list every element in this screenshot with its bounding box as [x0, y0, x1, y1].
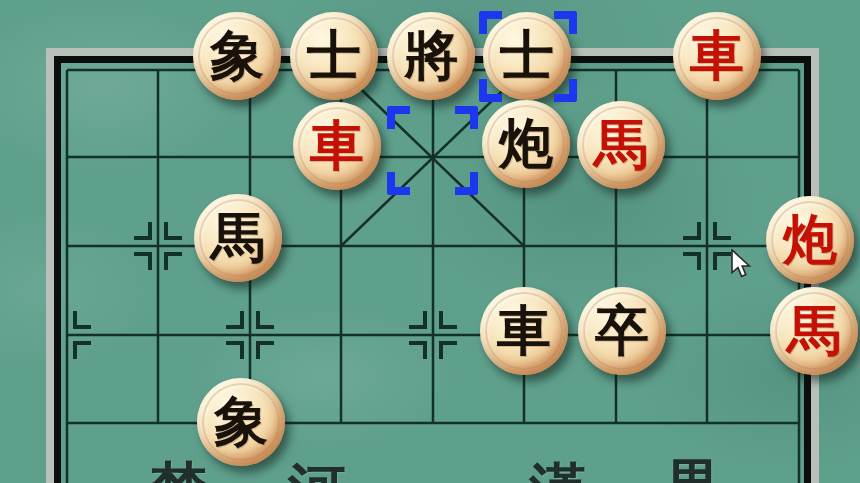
- black-advisor-label: 士: [500, 29, 554, 83]
- red-horse-piece[interactable]: 馬: [577, 101, 665, 189]
- black-pawn-piece[interactable]: 卒: [578, 287, 666, 375]
- black-horse-piece[interactable]: 馬: [194, 194, 282, 282]
- pieces-layer: 象士將士車車炮馬馬炮車卒馬象: [0, 0, 860, 483]
- red-chariot-label: 車: [690, 29, 744, 83]
- black-chariot-piece[interactable]: 車: [480, 287, 568, 375]
- black-general-label: 將: [404, 29, 458, 83]
- red-chariot-label: 車: [310, 119, 364, 173]
- black-general-piece[interactable]: 將: [387, 12, 475, 100]
- black-chariot-label: 車: [497, 304, 551, 358]
- red-chariot-piece[interactable]: 車: [293, 102, 381, 190]
- black-cannon-piece[interactable]: 炮: [482, 100, 570, 188]
- red-horse-piece[interactable]: 馬: [770, 287, 858, 375]
- black-elephant-piece[interactable]: 象: [197, 378, 285, 466]
- black-pawn-label: 卒: [595, 304, 649, 358]
- black-elephant-label: 象: [210, 29, 264, 83]
- red-horse-label: 馬: [787, 304, 841, 358]
- black-cannon-label: 炮: [499, 117, 553, 171]
- xiangqi-board[interactable]: 楚河漢界 象士將士車車炮馬馬炮車卒馬象: [0, 0, 860, 483]
- red-horse-label: 馬: [594, 118, 648, 172]
- red-chariot-piece[interactable]: 車: [673, 12, 761, 100]
- black-elephant-piece[interactable]: 象: [193, 12, 281, 100]
- red-cannon-piece[interactable]: 炮: [766, 196, 854, 284]
- black-advisor-label: 士: [307, 29, 361, 83]
- black-horse-label: 馬: [211, 211, 265, 265]
- black-elephant-label: 象: [214, 395, 268, 449]
- red-cannon-label: 炮: [783, 213, 837, 267]
- black-advisor-piece[interactable]: 士: [290, 12, 378, 100]
- black-advisor-piece[interactable]: 士: [483, 12, 571, 100]
